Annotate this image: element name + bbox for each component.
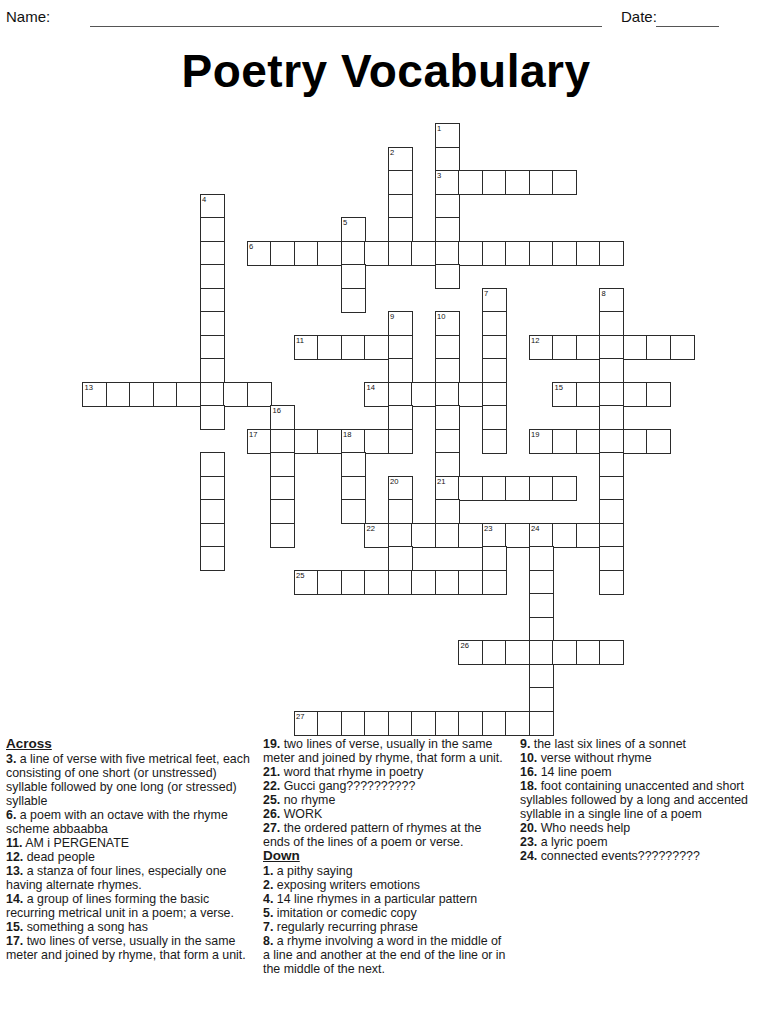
clue-number: 24. (520, 849, 537, 863)
clue-item: 17. two lines of verse, usually in the s… (6, 934, 254, 962)
grid-cell[interactable] (435, 147, 460, 172)
grid-cell[interactable] (646, 429, 671, 454)
grid-cell[interactable] (646, 382, 671, 407)
grid-cell[interactable]: 10 (435, 311, 460, 336)
grid-cell[interactable] (482, 335, 507, 360)
grid-cell[interactable] (341, 711, 366, 736)
clue-item: 7. regularly recurring phrase (263, 920, 511, 934)
grid-cell[interactable]: 9 (388, 311, 413, 336)
clue-number: 14. (6, 892, 23, 906)
clue-number: 22. (263, 779, 280, 793)
clue-item: 5. imitation or comedic copy (263, 906, 511, 920)
clue-item: 9. the last six lines of a sonnet (520, 737, 768, 751)
grid-cell[interactable] (599, 499, 624, 524)
grid-cell[interactable] (153, 382, 178, 407)
clue-number: 9. (520, 737, 530, 751)
grid-cell[interactable] (482, 382, 507, 407)
clue-number: 4. (263, 892, 273, 906)
grid-cell[interactable]: 20 (388, 476, 413, 501)
grid-cell[interactable] (176, 382, 201, 407)
grid-cell[interactable] (200, 358, 225, 383)
clue-item: 4. 14 line rhymes in a particular patter… (263, 892, 511, 906)
grid-cell[interactable] (341, 476, 366, 501)
grid-cell[interactable] (599, 311, 624, 336)
grid-cell[interactable] (435, 194, 460, 219)
grid-cell[interactable] (599, 382, 624, 407)
clue-item: 27. the ordered pattern of rhymes at the… (263, 821, 511, 849)
grid-cell[interactable] (529, 570, 554, 595)
grid-cell[interactable] (388, 711, 413, 736)
cell-clue-number: 20 (390, 477, 398, 486)
grid-cell[interactable] (458, 523, 483, 548)
clue-column-2: 19. two lines of verse, usually in the s… (263, 737, 511, 976)
grid-cell[interactable] (200, 382, 225, 407)
grid-cell[interactable] (270, 241, 295, 266)
clue-item: 3. a line of verse with five metrical fe… (6, 752, 254, 808)
grid-cell[interactable]: 1 (435, 123, 460, 148)
grid-cell[interactable] (317, 711, 342, 736)
name-label: Name: (6, 8, 50, 25)
grid-cell[interactable] (599, 476, 624, 501)
grid-cell[interactable] (505, 523, 530, 548)
grid-cell[interactable] (435, 570, 460, 595)
grid-cell[interactable] (411, 382, 436, 407)
grid-cell[interactable] (599, 358, 624, 383)
grid-cell[interactable] (200, 405, 225, 430)
grid-cell[interactable] (505, 711, 530, 736)
grid-cell[interactable] (388, 499, 413, 524)
cell-clue-number: 14 (367, 383, 375, 392)
clue-item: 24. connected events????????? (520, 849, 768, 863)
cell-clue-number: 10 (437, 312, 445, 321)
clue-number: 2. (263, 878, 273, 892)
grid-cell[interactable] (411, 523, 436, 548)
clue-number: 21. (263, 765, 280, 779)
grid-cell[interactable] (482, 170, 507, 195)
grid-cell[interactable] (364, 570, 389, 595)
clue-item: 6. a poem with an octave with the rhyme … (6, 808, 254, 836)
grid-cell[interactable] (458, 711, 483, 736)
grid-cell[interactable] (435, 405, 460, 430)
grid-cell[interactable] (576, 523, 601, 548)
grid-cell[interactable] (482, 476, 507, 501)
clue-item: 19. two lines of verse, usually in the s… (263, 737, 511, 765)
grid-cell[interactable] (341, 264, 366, 289)
grid-cell[interactable] (388, 523, 413, 548)
date-label: Date: (621, 8, 657, 25)
clue-number: 27. (263, 821, 280, 835)
cell-clue-number: 19 (531, 430, 539, 439)
grid-cell[interactable] (364, 335, 389, 360)
grid-cell[interactable] (435, 711, 460, 736)
cell-clue-number: 8 (602, 289, 606, 298)
clue-number: 19. (263, 737, 280, 751)
grid-cell[interactable] (576, 382, 601, 407)
grid-cell[interactable]: 26 (458, 640, 483, 665)
grid-cell[interactable] (435, 241, 460, 266)
grid-cell[interactable] (552, 523, 577, 548)
cell-clue-number: 2 (390, 148, 394, 157)
cell-clue-number: 1 (437, 124, 441, 133)
grid-cell[interactable] (388, 405, 413, 430)
cell-clue-number: 15 (555, 383, 563, 392)
clue-number: 20. (520, 821, 537, 835)
grid-cell[interactable] (435, 358, 460, 383)
grid-cell[interactable]: 21 (435, 476, 460, 501)
grid-cell[interactable] (435, 264, 460, 289)
grid-cell[interactable]: 15 (552, 382, 577, 407)
grid-cell[interactable]: 5 (341, 217, 366, 242)
grid-cell[interactable] (341, 499, 366, 524)
grid-cell[interactable] (435, 429, 460, 454)
grid-cell[interactable] (552, 429, 577, 454)
grid-cell[interactable] (364, 241, 389, 266)
grid-cell[interactable] (388, 335, 413, 360)
page-title: Poetry Vocabulary (0, 44, 772, 98)
grid-cell[interactable]: 12 (529, 335, 554, 360)
cell-clue-number: 4 (202, 195, 206, 204)
grid-cell[interactable] (552, 640, 577, 665)
grid-cell[interactable]: 17 (247, 429, 272, 454)
grid-cell[interactable]: 11 (294, 335, 319, 360)
grid-cell[interactable] (482, 405, 507, 430)
grid-cell[interactable] (388, 241, 413, 266)
clue-item: 1. a pithy saying (263, 864, 511, 878)
clue-number: 26. (263, 807, 280, 821)
grid-cell[interactable] (458, 570, 483, 595)
grid-cell[interactable] (529, 241, 554, 266)
grid-cell[interactable] (599, 452, 624, 477)
grid-cell[interactable] (529, 687, 554, 712)
clue-item: 25. no rhyme (263, 793, 511, 807)
grid-cell[interactable] (623, 429, 648, 454)
grid-cell[interactable] (529, 617, 554, 642)
grid-cell[interactable]: 25 (294, 570, 319, 595)
grid-cell[interactable] (529, 546, 554, 571)
grid-cell[interactable] (341, 335, 366, 360)
grid-cell[interactable] (317, 429, 342, 454)
grid-cell[interactable] (200, 217, 225, 242)
grid-cell[interactable]: 16 (270, 405, 295, 430)
grid-cell[interactable] (552, 170, 577, 195)
cell-clue-number: 3 (437, 171, 441, 180)
name-blank-line[interactable] (90, 6, 602, 27)
clue-number: 12. (6, 850, 23, 864)
grid-cell[interactable]: 24 (529, 523, 554, 548)
grid-cell[interactable]: 7 (482, 288, 507, 313)
cell-clue-number: 21 (437, 477, 445, 486)
clue-number: 13. (6, 864, 23, 878)
grid-cell[interactable] (482, 711, 507, 736)
clue-item: 14. a group of lines forming the basic r… (6, 892, 254, 920)
grid-cell[interactable] (576, 640, 601, 665)
grid-cell[interactable] (552, 241, 577, 266)
grid-cell[interactable] (552, 335, 577, 360)
grid-cell[interactable]: 14 (364, 382, 389, 407)
clue-section-header-across: Across (6, 737, 254, 751)
clue-lists: Across3. a line of verse with five metri… (6, 737, 768, 976)
grid-cell[interactable] (200, 264, 225, 289)
clue-number: 15. (6, 920, 23, 934)
grid-cell[interactable]: 18 (341, 429, 366, 454)
grid-cell[interactable] (599, 523, 624, 548)
grid-cell[interactable] (411, 570, 436, 595)
grid-cell[interactable] (670, 335, 695, 360)
grid-cell[interactable] (388, 570, 413, 595)
grid-cell[interactable] (599, 335, 624, 360)
cell-clue-number: 13 (85, 383, 93, 392)
cell-clue-number: 7 (484, 289, 488, 298)
clue-item: 26. WORK (263, 807, 511, 821)
grid-cell[interactable] (599, 429, 624, 454)
grid-cell[interactable] (388, 429, 413, 454)
grid-cell[interactable] (529, 664, 554, 689)
grid-cell[interactable]: 4 (200, 194, 225, 219)
grid-cell[interactable] (529, 476, 554, 501)
cell-clue-number: 16 (273, 406, 281, 415)
clue-item: 2. exposing writers emotions (263, 878, 511, 892)
grid-cell[interactable]: 27 (294, 711, 319, 736)
date-blank-line[interactable] (656, 6, 719, 27)
grid-cell[interactable] (646, 335, 671, 360)
clue-number: 6. (6, 808, 16, 822)
grid-cell[interactable] (270, 476, 295, 501)
clue-number: 16. (520, 765, 537, 779)
grid-cell[interactable] (294, 241, 319, 266)
grid-cell[interactable] (388, 194, 413, 219)
grid-cell[interactable] (223, 382, 248, 407)
clue-item: 13. a stanza of four lines, especially o… (6, 864, 254, 892)
grid-cell[interactable] (623, 335, 648, 360)
grid-cell[interactable] (482, 241, 507, 266)
grid-cell[interactable] (505, 476, 530, 501)
cell-clue-number: 25 (296, 571, 304, 580)
grid-cell[interactable] (435, 499, 460, 524)
grid-cell[interactable] (341, 570, 366, 595)
grid-cell[interactable] (341, 241, 366, 266)
clue-number: 11. (6, 836, 23, 850)
grid-cell[interactable] (200, 499, 225, 524)
grid-cell[interactable] (529, 593, 554, 618)
grid-cell[interactable] (388, 170, 413, 195)
clue-item: 20. Who needs help (520, 821, 768, 835)
cell-clue-number: 5 (343, 218, 347, 227)
grid-cell[interactable] (458, 170, 483, 195)
grid-cell[interactable] (599, 241, 624, 266)
grid-cell[interactable] (599, 546, 624, 571)
grid-cell[interactable] (505, 241, 530, 266)
grid-cell[interactable] (270, 499, 295, 524)
grid-cell[interactable] (317, 570, 342, 595)
clue-number: 3. (6, 752, 16, 766)
grid-cell[interactable] (482, 570, 507, 595)
cell-clue-number: 18 (343, 430, 351, 439)
grid-cell[interactable] (388, 546, 413, 571)
grid-cell[interactable] (482, 640, 507, 665)
grid-cell[interactable] (576, 335, 601, 360)
grid-cell[interactable] (576, 241, 601, 266)
grid-cell[interactable] (270, 429, 295, 454)
grid-cell[interactable] (552, 476, 577, 501)
clue-number: 23. (520, 835, 537, 849)
cell-clue-number: 22 (367, 524, 375, 533)
clue-item: 12. dead people (6, 850, 254, 864)
grid-cell[interactable] (106, 382, 131, 407)
grid-cell[interactable] (388, 382, 413, 407)
grid-cell[interactable] (505, 170, 530, 195)
grid-cell[interactable] (341, 452, 366, 477)
cell-clue-number: 6 (249, 242, 253, 251)
grid-cell[interactable] (529, 170, 554, 195)
clue-item: 8. a rhyme involving a word in the middl… (263, 934, 511, 976)
cell-clue-number: 26 (461, 641, 469, 650)
grid-cell[interactable]: 3 (435, 170, 460, 195)
grid-cell[interactable] (200, 476, 225, 501)
grid-cell[interactable] (200, 288, 225, 313)
clue-item: 10. verse without rhyme (520, 751, 768, 765)
clue-item: 21. word that rhyme in poetry (263, 765, 511, 779)
clue-item: 15. something a song has (6, 920, 254, 934)
grid-cell[interactable] (364, 429, 389, 454)
grid-cell[interactable]: 2 (388, 147, 413, 172)
grid-cell[interactable] (317, 335, 342, 360)
clue-number: 1. (263, 864, 273, 878)
grid-cell[interactable] (482, 429, 507, 454)
grid-cell[interactable] (458, 476, 483, 501)
grid-cell[interactable]: 13 (82, 382, 107, 407)
clue-number: 18. (520, 779, 537, 793)
grid-cell[interactable] (529, 640, 554, 665)
clue-number: 7. (263, 920, 273, 934)
grid-cell[interactable] (200, 523, 225, 548)
worksheet-header: Name: Date: (6, 6, 766, 32)
cell-clue-number: 9 (390, 312, 394, 321)
clue-number: 5. (263, 906, 273, 920)
cell-clue-number: 23 (484, 524, 492, 533)
grid-cell[interactable] (599, 405, 624, 430)
grid-cell[interactable] (411, 241, 436, 266)
clue-section-header-down: Down (263, 849, 511, 863)
cell-clue-number: 27 (296, 712, 304, 721)
clue-column-3: 9. the last six lines of a sonnet10. ver… (520, 737, 768, 976)
grid-cell[interactable] (200, 335, 225, 360)
grid-cell[interactable] (317, 241, 342, 266)
grid-cell[interactable] (482, 546, 507, 571)
grid-cell[interactable] (388, 217, 413, 242)
clue-item: 16. 14 line poem (520, 765, 768, 779)
grid-cell[interactable] (435, 452, 460, 477)
clue-number: 8. (263, 934, 273, 948)
grid-cell[interactable]: 8 (599, 288, 624, 313)
grid-cell[interactable] (599, 640, 624, 665)
clue-column-1: Across3. a line of verse with five metri… (6, 737, 254, 976)
grid-cell[interactable] (411, 711, 436, 736)
grid-cell[interactable]: 6 (247, 241, 272, 266)
grid-cell[interactable] (458, 382, 483, 407)
grid-cell[interactable] (200, 546, 225, 571)
clue-item: 22. Gucci gang?????????? (263, 779, 511, 793)
grid-cell[interactable] (247, 382, 272, 407)
grid-cell[interactable] (270, 452, 295, 477)
grid-cell[interactable] (458, 241, 483, 266)
grid-cell[interactable] (435, 382, 460, 407)
grid-cell[interactable] (200, 452, 225, 477)
grid-cell[interactable]: 22 (364, 523, 389, 548)
grid-cell[interactable] (200, 241, 225, 266)
grid-cell[interactable] (129, 382, 154, 407)
grid-cell[interactable] (388, 358, 413, 383)
grid-cell[interactable] (435, 523, 460, 548)
clue-number: 25. (263, 793, 280, 807)
grid-cell[interactable] (623, 382, 648, 407)
grid-cell[interactable]: 23 (482, 523, 507, 548)
grid-cell[interactable] (270, 523, 295, 548)
cell-clue-number: 12 (531, 336, 539, 345)
cell-clue-number: 17 (249, 430, 257, 439)
clue-number: 10. (520, 751, 537, 765)
grid-cell[interactable] (294, 429, 319, 454)
grid-cell[interactable] (341, 288, 366, 313)
clue-item: 23. a lyric poem (520, 835, 768, 849)
cell-clue-number: 11 (296, 336, 304, 345)
grid-cell[interactable]: 19 (529, 429, 554, 454)
grid-cell[interactable] (599, 570, 624, 595)
grid-cell[interactable] (200, 311, 225, 336)
grid-cell[interactable] (435, 217, 460, 242)
grid-cell[interactable] (364, 711, 389, 736)
clue-item: 11. AM i PERGENATE (6, 836, 254, 850)
clue-number: 17. (6, 934, 23, 948)
clue-item: 18. foot containing unaccented and short… (520, 779, 768, 821)
grid-cell[interactable] (482, 358, 507, 383)
grid-cell[interactable] (435, 335, 460, 360)
grid-cell[interactable] (529, 711, 554, 736)
crossword-grid: 1234567891011121314151617181920212223242… (82, 123, 695, 736)
grid-cell[interactable] (576, 429, 601, 454)
grid-cell[interactable] (505, 640, 530, 665)
grid-cell[interactable] (482, 311, 507, 336)
cell-clue-number: 24 (531, 524, 539, 533)
